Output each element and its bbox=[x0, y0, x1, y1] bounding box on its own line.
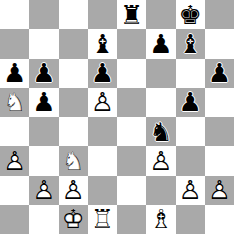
square-d1[interactable]: ♜♖ bbox=[88, 205, 117, 234]
square-c4[interactable] bbox=[59, 117, 88, 146]
white-rook: ♖ bbox=[88, 205, 117, 234]
square-e4[interactable] bbox=[117, 117, 146, 146]
square-g4[interactable] bbox=[176, 117, 205, 146]
square-b1[interactable] bbox=[29, 205, 58, 234]
square-a5[interactable]: ♞♘ bbox=[0, 88, 29, 117]
square-b6[interactable]: ♟ bbox=[29, 59, 58, 88]
square-g5[interactable]: ♟ bbox=[176, 88, 205, 117]
black-pawn: ♟ bbox=[88, 59, 117, 88]
square-a8[interactable] bbox=[0, 0, 29, 29]
square-f3[interactable]: ♟♙ bbox=[146, 146, 175, 175]
black-pawn: ♟ bbox=[0, 59, 29, 88]
square-f6[interactable] bbox=[146, 59, 175, 88]
square-e3[interactable] bbox=[117, 146, 146, 175]
white-pawn-fill: ♟ bbox=[88, 88, 117, 117]
black-rook: ♜ bbox=[117, 0, 146, 29]
white-pawn: ♙ bbox=[205, 176, 234, 205]
black-king: ♚ bbox=[176, 0, 205, 29]
square-f1[interactable]: ♝♗ bbox=[146, 205, 175, 234]
square-b8[interactable] bbox=[29, 0, 58, 29]
white-knight: ♘ bbox=[0, 88, 29, 117]
square-a2[interactable] bbox=[0, 176, 29, 205]
white-knight-fill: ♞ bbox=[0, 88, 29, 117]
square-h5[interactable] bbox=[205, 88, 234, 117]
square-h1[interactable] bbox=[205, 205, 234, 234]
white-pawn: ♙ bbox=[59, 176, 88, 205]
square-c1[interactable]: ♚♔ bbox=[59, 205, 88, 234]
square-e6[interactable] bbox=[117, 59, 146, 88]
square-a6[interactable]: ♟ bbox=[0, 59, 29, 88]
white-knight-fill: ♞ bbox=[59, 146, 88, 175]
square-a4[interactable] bbox=[0, 117, 29, 146]
square-e1[interactable] bbox=[117, 205, 146, 234]
black-bishop: ♝ bbox=[88, 29, 117, 58]
chess-board: ♜♚♝♟♝♟♟♟♟♞♘♟♟♙♟♞♟♙♞♘♟♙♟♙♟♙♟♙♟♙♚♔♜♖♝♗ bbox=[0, 0, 234, 234]
square-d3[interactable] bbox=[88, 146, 117, 175]
white-pawn: ♙ bbox=[146, 146, 175, 175]
square-f5[interactable] bbox=[146, 88, 175, 117]
white-pawn-fill: ♟ bbox=[29, 176, 58, 205]
square-h4[interactable] bbox=[205, 117, 234, 146]
square-c5[interactable] bbox=[59, 88, 88, 117]
square-a3[interactable]: ♟♙ bbox=[0, 146, 29, 175]
square-g7[interactable]: ♝ bbox=[176, 29, 205, 58]
square-h3[interactable] bbox=[205, 146, 234, 175]
white-pawn-fill: ♟ bbox=[176, 176, 205, 205]
white-pawn: ♙ bbox=[88, 88, 117, 117]
square-h6[interactable]: ♟ bbox=[205, 59, 234, 88]
square-g6[interactable] bbox=[176, 59, 205, 88]
square-b2[interactable]: ♟♙ bbox=[29, 176, 58, 205]
white-pawn: ♙ bbox=[176, 176, 205, 205]
black-knight: ♞ bbox=[146, 117, 175, 146]
square-d7[interactable]: ♝ bbox=[88, 29, 117, 58]
black-pawn: ♟ bbox=[146, 29, 175, 58]
square-e8[interactable]: ♜ bbox=[117, 0, 146, 29]
square-b4[interactable] bbox=[29, 117, 58, 146]
square-f8[interactable] bbox=[146, 0, 175, 29]
white-pawn: ♙ bbox=[0, 146, 29, 175]
square-g1[interactable] bbox=[176, 205, 205, 234]
square-c8[interactable] bbox=[59, 0, 88, 29]
square-e5[interactable] bbox=[117, 88, 146, 117]
white-bishop-fill: ♝ bbox=[146, 205, 175, 234]
square-b3[interactable] bbox=[29, 146, 58, 175]
white-bishop: ♗ bbox=[146, 205, 175, 234]
black-bishop: ♝ bbox=[176, 29, 205, 58]
chess-diagram: ♜♚♝♟♝♟♟♟♟♞♘♟♟♙♟♞♟♙♞♘♟♙♟♙♟♙♟♙♟♙♚♔♜♖♝♗ bbox=[0, 0, 234, 234]
white-rook-fill: ♜ bbox=[88, 205, 117, 234]
square-f2[interactable] bbox=[146, 176, 175, 205]
square-g8[interactable]: ♚ bbox=[176, 0, 205, 29]
square-a7[interactable] bbox=[0, 29, 29, 58]
square-g3[interactable] bbox=[176, 146, 205, 175]
white-pawn-fill: ♟ bbox=[59, 176, 88, 205]
black-pawn: ♟ bbox=[29, 88, 58, 117]
square-d5[interactable]: ♟♙ bbox=[88, 88, 117, 117]
square-d8[interactable] bbox=[88, 0, 117, 29]
square-c6[interactable] bbox=[59, 59, 88, 88]
square-h2[interactable]: ♟♙ bbox=[205, 176, 234, 205]
square-c2[interactable]: ♟♙ bbox=[59, 176, 88, 205]
square-d2[interactable] bbox=[88, 176, 117, 205]
white-king-fill: ♚ bbox=[59, 205, 88, 234]
white-pawn-fill: ♟ bbox=[0, 146, 29, 175]
white-pawn-fill: ♟ bbox=[205, 176, 234, 205]
square-c7[interactable] bbox=[59, 29, 88, 58]
square-b5[interactable]: ♟ bbox=[29, 88, 58, 117]
square-d6[interactable]: ♟ bbox=[88, 59, 117, 88]
square-e7[interactable] bbox=[117, 29, 146, 58]
black-pawn: ♟ bbox=[205, 59, 234, 88]
square-f7[interactable]: ♟ bbox=[146, 29, 175, 58]
black-pawn: ♟ bbox=[29, 59, 58, 88]
square-e2[interactable] bbox=[117, 176, 146, 205]
square-h7[interactable] bbox=[205, 29, 234, 58]
black-pawn: ♟ bbox=[176, 88, 205, 117]
square-a1[interactable] bbox=[0, 205, 29, 234]
white-king: ♔ bbox=[59, 205, 88, 234]
white-knight: ♘ bbox=[59, 146, 88, 175]
white-pawn-fill: ♟ bbox=[146, 146, 175, 175]
square-c3[interactable]: ♞♘ bbox=[59, 146, 88, 175]
white-pawn: ♙ bbox=[29, 176, 58, 205]
square-g2[interactable]: ♟♙ bbox=[176, 176, 205, 205]
square-h8[interactable] bbox=[205, 0, 234, 29]
square-d4[interactable] bbox=[88, 117, 117, 146]
square-f4[interactable]: ♞ bbox=[146, 117, 175, 146]
square-b7[interactable] bbox=[29, 29, 58, 58]
